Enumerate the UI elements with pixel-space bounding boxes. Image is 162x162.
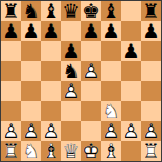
black-bishop[interactable]: ♝	[101, 1, 121, 21]
black-rook[interactable]: ♜	[141, 1, 161, 21]
square-d1[interactable]: ♛♕	[61, 141, 81, 161]
square-b8[interactable]: ♞	[21, 1, 41, 21]
square-h4[interactable]	[141, 81, 161, 101]
square-g2[interactable]: ♟♙	[121, 121, 141, 141]
square-c7[interactable]: ♟	[41, 21, 61, 41]
white-pawn[interactable]: ♟♙	[121, 121, 141, 141]
piece-outline-layer: ♙	[41, 121, 61, 141]
piece-outline-layer: ♘	[101, 101, 121, 121]
black-knight[interactable]: ♞	[61, 61, 81, 81]
square-d2[interactable]	[61, 121, 81, 141]
square-c6[interactable]	[41, 41, 61, 61]
white-rook[interactable]: ♜♖	[141, 141, 161, 161]
square-a4[interactable]	[1, 81, 21, 101]
square-c4[interactable]	[41, 81, 61, 101]
square-f6[interactable]	[101, 41, 121, 61]
square-h6[interactable]	[141, 41, 161, 61]
square-b1[interactable]: ♞♘	[21, 141, 41, 161]
square-f7[interactable]: ♟	[101, 21, 121, 41]
piece-fill-layer: ♟	[141, 21, 161, 41]
piece-fill-layer: ♟	[121, 41, 141, 61]
piece-outline-layer: ♖	[1, 141, 21, 161]
white-pawn[interactable]: ♟♙	[81, 61, 101, 81]
square-b5[interactable]	[21, 61, 41, 81]
piece-fill-layer: ♟	[21, 21, 41, 41]
square-c5[interactable]	[41, 61, 61, 81]
black-king[interactable]: ♚	[81, 1, 101, 21]
square-f8[interactable]: ♝	[101, 1, 121, 21]
piece-outline-layer: ♙	[101, 121, 121, 141]
black-pawn[interactable]: ♟	[101, 21, 121, 41]
square-d4[interactable]: ♟♙	[61, 81, 81, 101]
square-h1[interactable]: ♜♖	[141, 141, 161, 161]
black-pawn[interactable]: ♟	[41, 21, 61, 41]
square-h2[interactable]: ♟♙	[141, 121, 161, 141]
square-f1[interactable]: ♝♗	[101, 141, 121, 161]
piece-fill-layer: ♜	[141, 1, 161, 21]
square-h5[interactable]	[141, 61, 161, 81]
white-pawn[interactable]: ♟♙	[141, 121, 161, 141]
white-queen[interactable]: ♛♕	[61, 141, 81, 161]
square-f3[interactable]: ♞♘	[101, 101, 121, 121]
piece-fill-layer: ♝	[101, 1, 121, 21]
square-e1[interactable]: ♚♔	[81, 141, 101, 161]
piece-outline-layer: ♖	[141, 141, 161, 161]
piece-outline-layer: ♙	[121, 121, 141, 141]
piece-outline-layer: ♕	[61, 141, 81, 161]
piece-fill-layer: ♟	[61, 41, 81, 61]
piece-fill-layer: ♞	[61, 61, 81, 81]
piece-fill-layer: ♚	[81, 1, 101, 21]
square-g1[interactable]	[121, 141, 141, 161]
square-b3[interactable]	[21, 101, 41, 121]
square-c1[interactable]: ♝♗	[41, 141, 61, 161]
square-f2[interactable]: ♟♙	[101, 121, 121, 141]
square-g3[interactable]	[121, 101, 141, 121]
piece-outline-layer: ♙	[141, 121, 161, 141]
chess-board: ♜♞♝♛♚♝♜♟♟♟♟♟♟♟♟♞♟♙♟♙♞♘♟♙♟♙♟♙♟♙♟♙♟♙♜♖♞♘♝♗…	[0, 0, 162, 162]
white-pawn[interactable]: ♟♙	[41, 121, 61, 141]
piece-outline-layer: ♗	[41, 141, 61, 161]
square-h3[interactable]	[141, 101, 161, 121]
piece-fill-layer: ♝	[41, 1, 61, 21]
square-d3[interactable]	[61, 101, 81, 121]
square-b6[interactable]	[21, 41, 41, 61]
piece-fill-layer: ♜	[1, 1, 21, 21]
white-pawn[interactable]: ♟♙	[1, 121, 21, 141]
square-g6[interactable]: ♟	[121, 41, 141, 61]
piece-outline-layer: ♘	[21, 141, 41, 161]
white-pawn[interactable]: ♟♙	[61, 81, 81, 101]
square-e3[interactable]	[81, 101, 101, 121]
black-queen[interactable]: ♛	[61, 1, 81, 21]
black-pawn[interactable]: ♟	[21, 21, 41, 41]
piece-fill-layer: ♟	[101, 21, 121, 41]
square-d7[interactable]	[61, 21, 81, 41]
square-c3[interactable]	[41, 101, 61, 121]
square-h7[interactable]: ♟	[141, 21, 161, 41]
square-a6[interactable]	[1, 41, 21, 61]
square-e4[interactable]	[81, 81, 101, 101]
square-e8[interactable]: ♚	[81, 1, 101, 21]
square-c2[interactable]: ♟♙	[41, 121, 61, 141]
square-b7[interactable]: ♟	[21, 21, 41, 41]
square-a3[interactable]	[1, 101, 21, 121]
piece-outline-layer: ♔	[81, 141, 101, 161]
black-pawn[interactable]: ♟	[141, 21, 161, 41]
square-f4[interactable]	[101, 81, 121, 101]
piece-outline-layer: ♗	[101, 141, 121, 161]
piece-outline-layer: ♙	[1, 121, 21, 141]
white-pawn[interactable]: ♟♙	[21, 121, 41, 141]
square-h8[interactable]: ♜	[141, 1, 161, 21]
piece-fill-layer: ♟	[41, 21, 61, 41]
square-g4[interactable]	[121, 81, 141, 101]
square-a5[interactable]	[1, 61, 21, 81]
square-e7[interactable]: ♟	[81, 21, 101, 41]
square-c8[interactable]: ♝	[41, 1, 61, 21]
square-e6[interactable]	[81, 41, 101, 61]
square-d8[interactable]: ♛	[61, 1, 81, 21]
square-d6[interactable]: ♟	[61, 41, 81, 61]
black-pawn[interactable]: ♟	[1, 21, 21, 41]
white-bishop[interactable]: ♝♗	[41, 141, 61, 161]
square-e5[interactable]: ♟♙	[81, 61, 101, 81]
piece-fill-layer: ♟	[1, 21, 21, 41]
piece-outline-layer: ♙	[61, 81, 81, 101]
square-g8[interactable]	[121, 1, 141, 21]
black-pawn[interactable]: ♟	[61, 41, 81, 61]
square-g7[interactable]	[121, 21, 141, 41]
black-rook[interactable]: ♜	[1, 1, 21, 21]
square-a7[interactable]: ♟	[1, 21, 21, 41]
square-g5[interactable]	[121, 61, 141, 81]
white-bishop[interactable]: ♝♗	[101, 141, 121, 161]
square-d5[interactable]: ♞	[61, 61, 81, 81]
black-bishop[interactable]: ♝	[41, 1, 61, 21]
white-king[interactable]: ♚♔	[81, 141, 101, 161]
piece-outline-layer: ♙	[81, 61, 101, 81]
black-pawn[interactable]: ♟	[121, 41, 141, 61]
square-b2[interactable]: ♟♙	[21, 121, 41, 141]
piece-fill-layer: ♟	[81, 21, 101, 41]
square-a2[interactable]: ♟♙	[1, 121, 21, 141]
black-knight[interactable]: ♞	[21, 1, 41, 21]
white-knight[interactable]: ♞♘	[21, 141, 41, 161]
square-e2[interactable]	[81, 121, 101, 141]
square-b4[interactable]	[21, 81, 41, 101]
square-a8[interactable]: ♜	[1, 1, 21, 21]
piece-fill-layer: ♛	[61, 1, 81, 21]
black-pawn[interactable]: ♟	[81, 21, 101, 41]
piece-fill-layer: ♞	[21, 1, 41, 21]
square-f5[interactable]	[101, 61, 121, 81]
white-knight[interactable]: ♞♘	[101, 101, 121, 121]
white-pawn[interactable]: ♟♙	[101, 121, 121, 141]
piece-outline-layer: ♙	[21, 121, 41, 141]
white-rook[interactable]: ♜♖	[1, 141, 21, 161]
square-a1[interactable]: ♜♖	[1, 141, 21, 161]
